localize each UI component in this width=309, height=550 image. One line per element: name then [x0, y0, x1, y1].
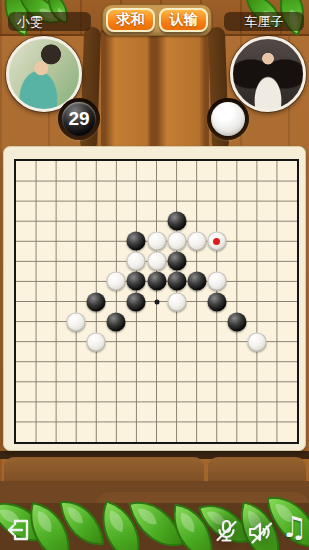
stone-white — [127, 252, 146, 271]
stone-black — [127, 272, 146, 291]
soil-block — [208, 457, 306, 483]
stone-white — [107, 272, 126, 291]
gomoku-app: 小雯 车厘子 29 求和 认输 — [0, 0, 309, 550]
stone-white — [167, 292, 186, 311]
mic-off-icon — [213, 518, 239, 544]
mic-off-button[interactable] — [213, 518, 239, 544]
stone-black — [107, 312, 126, 331]
exit-button[interactable] — [5, 517, 31, 543]
stone-black — [87, 292, 106, 311]
sound-off-button[interactable] — [246, 519, 274, 545]
stone-black — [167, 272, 186, 291]
stone-white — [67, 312, 86, 331]
stone-white — [207, 272, 226, 291]
soil-block — [4, 457, 204, 483]
left-timer-socket: 29 — [58, 98, 100, 140]
stone-white — [247, 332, 266, 351]
right-stone-socket — [207, 98, 249, 140]
right-player-avatar — [230, 36, 306, 112]
star-point — [154, 299, 159, 304]
stone-black — [207, 292, 226, 311]
left-player-name: 小雯 — [8, 12, 91, 31]
stone-white — [147, 252, 166, 271]
stone-white — [167, 232, 186, 251]
board-frame — [3, 146, 306, 451]
white-stone-indicator — [211, 102, 245, 136]
stone-white — [147, 232, 166, 251]
music-button[interactable]: ♫ — [281, 513, 307, 542]
wood-door-panel — [101, 30, 209, 153]
draw-button[interactable]: 求和 — [106, 8, 155, 32]
stone-white — [207, 232, 226, 251]
board-grid[interactable] — [14, 159, 299, 444]
stone-black — [127, 292, 146, 311]
stone-black — [127, 232, 146, 251]
stone-white — [187, 232, 206, 251]
last-move-marker — [213, 238, 220, 245]
right-player-name: 车厘子 — [224, 12, 304, 31]
stone-white — [87, 332, 106, 351]
stone-black — [187, 272, 206, 291]
exit-icon — [5, 517, 31, 543]
stone-black — [167, 252, 186, 271]
black-stone-timer-badge: 29 — [62, 102, 96, 136]
timer-value: 29 — [68, 108, 89, 130]
stone-black — [147, 272, 166, 291]
stone-black — [227, 312, 246, 331]
top-button-bar: 求和 认输 — [102, 4, 212, 36]
sound-off-icon — [246, 519, 274, 545]
resign-button[interactable]: 认输 — [159, 8, 208, 32]
stone-black — [167, 212, 186, 231]
